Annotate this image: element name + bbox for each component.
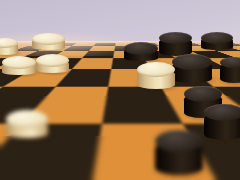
dark-square[interactable] <box>93 43 116 47</box>
checker-piece-dark[interactable]: ⛂ <box>201 32 233 50</box>
checker-piece-light[interactable]: ⛀ <box>137 62 175 89</box>
light-square[interactable] <box>71 43 96 47</box>
checker-piece-light[interactable]: ⛀ <box>0 38 18 55</box>
piece-top-face <box>155 130 203 152</box>
checker-piece-dark[interactable]: ⛂ <box>220 57 240 83</box>
checker-piece-light[interactable]: ⛀ <box>32 33 65 50</box>
checkers-photo-scene: ⛀⛂⛂⛀⛂⛀⛀⛂⛂⛀⛂⛂⛀⛂ <box>0 0 240 180</box>
checker-piece-dark[interactable]: ⛂ <box>155 130 203 175</box>
light-square[interactable] <box>72 58 113 69</box>
checker-piece-dark[interactable]: ⛂ <box>124 42 158 61</box>
checker-piece-light[interactable]: ⛀ <box>2 56 36 75</box>
checker-piece-dark[interactable]: ⛂ <box>204 104 240 140</box>
checker-piece-light[interactable]: ⛀ <box>6 110 48 138</box>
checker-piece-dark[interactable]: ⛂ <box>159 32 192 56</box>
light-square[interactable] <box>88 46 115 51</box>
light-square[interactable] <box>0 87 3 124</box>
dark-square[interactable] <box>82 51 114 58</box>
